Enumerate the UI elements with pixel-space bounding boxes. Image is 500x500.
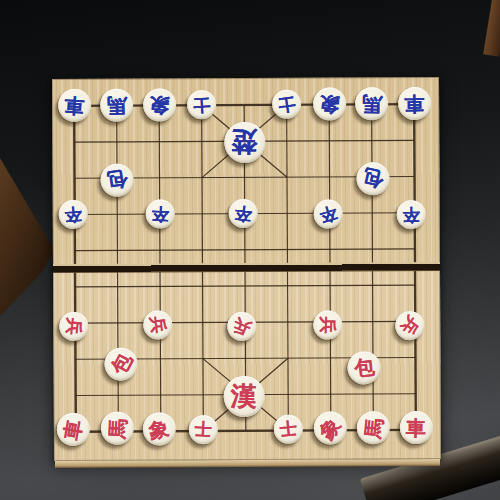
janggi-board: 車馬象士士象馬車楚包包卒卒卒卒卒兵兵兵兵兵包包漢車馬象士士象馬車 <box>52 77 441 461</box>
piece-h8-red[interactable]: 包 <box>347 351 380 384</box>
square-e7: 兵 <box>224 304 267 340</box>
piece-glyph: 士 <box>193 96 211 114</box>
piece-f10-red[interactable]: 士 <box>274 415 303 444</box>
piece-b10-red[interactable]: 馬 <box>101 412 134 445</box>
piece-e9-red[interactable]: 漢 <box>223 376 264 417</box>
square-d1: 士 <box>180 87 223 123</box>
piece-glyph: 車 <box>406 418 426 438</box>
piece-b3-blue[interactable]: 包 <box>100 163 133 196</box>
piece-glyph: 象 <box>316 414 344 442</box>
piece-h10-red[interactable]: 馬 <box>357 411 390 444</box>
piece-glyph: 兵 <box>230 315 252 337</box>
square-a4: 卒 <box>53 196 96 232</box>
piece-glyph: 卒 <box>64 205 82 223</box>
piece-a4-blue[interactable]: 卒 <box>58 200 87 229</box>
square-b10: 馬 <box>97 413 140 449</box>
piece-glyph: 包 <box>353 357 375 379</box>
piece-glyph: 車 <box>404 94 424 114</box>
piece-c7-red[interactable]: 兵 <box>143 310 172 339</box>
piece-c10-red[interactable]: 象 <box>142 413 175 446</box>
square-i10: 車 <box>394 412 437 448</box>
square-a7: 兵 <box>54 305 97 341</box>
piece-i10-red[interactable]: 車 <box>399 411 432 444</box>
pieces-layer: 車馬象士士象馬車楚包包卒卒卒卒卒兵兵兵兵兵包包漢車馬象士士象馬車 <box>53 86 437 450</box>
piece-glyph: 楚 <box>231 129 257 155</box>
piece-c4-blue[interactable]: 卒 <box>145 199 174 228</box>
piece-glyph: 包 <box>361 167 385 191</box>
piece-f1-blue[interactable]: 士 <box>272 90 301 119</box>
piece-e4-blue[interactable]: 卒 <box>228 199 257 228</box>
square-c1: 象 <box>138 87 181 123</box>
piece-glyph: 馬 <box>362 94 382 114</box>
table-corner-left <box>0 158 54 316</box>
piece-g7-red[interactable]: 兵 <box>313 310 342 339</box>
piece-d10-red[interactable]: 士 <box>189 415 218 444</box>
piece-b1-blue[interactable]: 馬 <box>100 89 133 122</box>
square-a10: 車 <box>55 413 98 449</box>
square-f10: 士 <box>267 412 310 448</box>
piece-glyph: 卒 <box>233 204 252 223</box>
piece-a1-blue[interactable]: 車 <box>58 89 91 122</box>
piece-glyph: 卒 <box>402 206 419 223</box>
wood-sliver-top-right <box>483 0 500 57</box>
square-h8: 包 <box>352 339 395 375</box>
square-h10: 馬 <box>352 412 395 448</box>
square-i1: 車 <box>393 86 436 122</box>
piece-glyph: 車 <box>61 418 84 441</box>
piece-glyph: 包 <box>106 169 129 192</box>
piece-d1-blue[interactable]: 士 <box>187 91 216 120</box>
piece-g4-blue[interactable]: 卒 <box>313 200 342 229</box>
piece-glyph: 車 <box>64 95 85 116</box>
piece-a10-red[interactable]: 車 <box>56 413 89 446</box>
square-c10: 象 <box>140 413 183 449</box>
piece-e7-red[interactable]: 兵 <box>227 312 256 341</box>
square-h1: 馬 <box>350 86 393 122</box>
square-a1: 車 <box>53 88 96 124</box>
piece-glyph: 兵 <box>397 313 421 337</box>
piece-glyph: 馬 <box>362 417 384 439</box>
piece-glyph: 兵 <box>64 317 83 336</box>
desk-scene: 車馬象士士象馬車楚包包卒卒卒卒卒兵兵兵兵兵包包漢車馬象士士象馬車 <box>0 0 500 500</box>
piece-h1-blue[interactable]: 馬 <box>355 88 388 121</box>
square-d10: 士 <box>182 413 225 449</box>
piece-glyph: 兵 <box>319 316 336 333</box>
square-c4: 卒 <box>138 196 181 232</box>
piece-e2-blue[interactable]: 楚 <box>224 122 265 163</box>
piece-glyph: 象 <box>147 418 170 441</box>
square-e2: 楚 <box>223 123 266 159</box>
piece-glyph: 馬 <box>107 418 128 439</box>
square-h3: 包 <box>351 158 394 194</box>
square-c7: 兵 <box>139 304 182 340</box>
piece-glyph: 士 <box>277 95 296 114</box>
square-g1: 象 <box>308 86 351 122</box>
piece-glyph: 卒 <box>151 205 169 223</box>
square-e9: 漢 <box>224 376 267 412</box>
piece-glyph: 象 <box>318 93 340 115</box>
square-g7: 兵 <box>309 303 352 339</box>
square-i4: 卒 <box>393 194 436 230</box>
piece-glyph: 漢 <box>230 383 257 410</box>
piece-c1-blue[interactable]: 象 <box>143 89 176 122</box>
square-g10: 象 <box>310 412 353 448</box>
piece-glyph: 象 <box>148 94 170 116</box>
piece-glyph: 士 <box>279 420 297 438</box>
piece-glyph: 兵 <box>148 315 167 334</box>
piece-glyph: 馬 <box>106 95 127 116</box>
piece-i7-red[interactable]: 兵 <box>395 311 424 340</box>
square-i7: 兵 <box>394 303 437 339</box>
piece-i1-blue[interactable]: 車 <box>398 88 431 121</box>
piece-g10-red[interactable]: 象 <box>313 412 346 445</box>
square-b1: 馬 <box>95 87 138 123</box>
square-f1: 士 <box>265 87 308 123</box>
piece-g1-blue[interactable]: 象 <box>313 88 346 121</box>
piece-a7-red[interactable]: 兵 <box>59 311 88 340</box>
piece-h3-blue[interactable]: 包 <box>356 162 389 195</box>
piece-glyph: 士 <box>194 421 212 439</box>
square-g4: 卒 <box>308 195 351 231</box>
piece-b8-red[interactable]: 包 <box>104 347 137 380</box>
piece-glyph: 卒 <box>317 203 338 224</box>
piece-glyph: 包 <box>107 350 134 377</box>
square-b8: 包 <box>97 341 140 377</box>
piece-i4-blue[interactable]: 卒 <box>396 200 425 229</box>
square-b3: 包 <box>96 160 139 196</box>
square-e4: 卒 <box>223 195 266 231</box>
